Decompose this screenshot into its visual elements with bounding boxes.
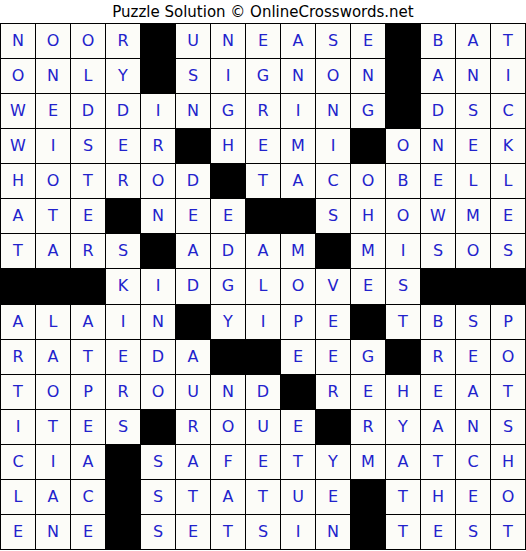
letter-cell: T: [1, 234, 35, 268]
letter-cell: L: [36, 305, 70, 339]
block-cell: [421, 269, 455, 303]
letter-cell: L: [1, 480, 35, 514]
letter-cell: Y: [106, 59, 140, 93]
letter-cell: R: [421, 340, 455, 374]
letter-cell: R: [246, 94, 280, 128]
letter-cell: E: [491, 199, 525, 233]
letter-cell: I: [141, 94, 175, 128]
letter-cell: T: [386, 480, 420, 514]
block-cell: [1, 269, 35, 303]
letter-cell: D: [421, 94, 455, 128]
letter-cell: S: [456, 305, 490, 339]
letter-cell: S: [176, 59, 210, 93]
letter-cell: G: [246, 59, 280, 93]
letter-cell: E: [351, 24, 385, 58]
letter-cell: S: [421, 234, 455, 268]
letter-cell: D: [211, 234, 245, 268]
letter-cell: H: [421, 480, 455, 514]
letter-cell: I: [211, 59, 245, 93]
letter-cell: O: [36, 375, 70, 409]
block-cell: [141, 59, 175, 93]
letter-cell: O: [141, 375, 175, 409]
letter-cell: R: [176, 410, 210, 444]
block-cell: [106, 515, 140, 549]
letter-cell: O: [211, 410, 245, 444]
block-cell: [281, 199, 315, 233]
letter-cell: R: [141, 129, 175, 163]
letter-cell: Y: [211, 305, 245, 339]
letter-cell: R: [1, 340, 35, 374]
block-cell: [351, 480, 385, 514]
letter-cell: W: [421, 199, 455, 233]
letter-cell: N: [36, 59, 70, 93]
letter-cell: D: [176, 164, 210, 198]
letter-cell: A: [421, 410, 455, 444]
letter-cell: A: [386, 445, 420, 479]
letter-cell: O: [36, 164, 70, 198]
letter-cell: E: [316, 340, 350, 374]
block-cell: [351, 515, 385, 549]
letter-cell: E: [246, 445, 280, 479]
letter-cell: S: [316, 199, 350, 233]
puzzle-solution-page: Puzzle Solution © OnlineCrosswords.net N…: [0, 0, 526, 551]
letter-cell: A: [71, 445, 105, 479]
letter-cell: I: [491, 59, 525, 93]
letter-cell: O: [281, 269, 315, 303]
letter-cell: E: [316, 305, 350, 339]
block-cell: [316, 410, 350, 444]
letter-cell: E: [246, 129, 280, 163]
letter-cell: M: [351, 234, 385, 268]
letter-cell: I: [316, 129, 350, 163]
letter-cell: C: [316, 164, 350, 198]
letter-cell: A: [1, 305, 35, 339]
letter-cell: O: [1, 59, 35, 93]
letter-cell: V: [316, 269, 350, 303]
letter-cell: A: [281, 24, 315, 58]
letter-cell: O: [36, 24, 70, 58]
letter-cell: E: [456, 129, 490, 163]
letter-cell: M: [281, 129, 315, 163]
block-cell: [386, 24, 420, 58]
letter-cell: Y: [386, 410, 420, 444]
letter-cell: A: [176, 234, 210, 268]
letter-cell: E: [351, 269, 385, 303]
letter-cell: N: [36, 515, 70, 549]
letter-cell: G: [351, 340, 385, 374]
letter-cell: U: [281, 480, 315, 514]
letter-cell: E: [351, 375, 385, 409]
letter-cell: E: [106, 129, 140, 163]
letter-cell: R: [316, 375, 350, 409]
crossword-grid: NOORUNEASEBATONLYSIGNONANIWEDDINGRINGDSC…: [0, 23, 526, 550]
block-cell: [316, 234, 350, 268]
letter-cell: C: [491, 94, 525, 128]
letter-cell: A: [456, 24, 490, 58]
letter-cell: E: [316, 480, 350, 514]
letter-cell: P: [71, 375, 105, 409]
letter-cell: D: [246, 375, 280, 409]
block-cell: [351, 129, 385, 163]
letter-cell: N: [281, 59, 315, 93]
letter-cell: Y: [316, 445, 350, 479]
letter-cell: R: [106, 24, 140, 58]
letter-cell: C: [1, 445, 35, 479]
letter-cell: N: [316, 515, 350, 549]
letter-cell: T: [491, 375, 525, 409]
letter-cell: T: [36, 410, 70, 444]
letter-cell: N: [421, 129, 455, 163]
block-cell: [141, 410, 175, 444]
letter-cell: E: [176, 515, 210, 549]
letter-cell: M: [351, 445, 385, 479]
letter-cell: E: [281, 410, 315, 444]
letter-cell: W: [1, 94, 35, 128]
letter-cell: H: [351, 199, 385, 233]
letter-cell: E: [71, 515, 105, 549]
letter-cell: E: [456, 480, 490, 514]
letter-cell: O: [71, 24, 105, 58]
block-cell: [211, 164, 245, 198]
letter-cell: N: [351, 59, 385, 93]
block-cell: [246, 340, 280, 374]
letter-cell: S: [386, 269, 420, 303]
letter-cell: E: [71, 199, 105, 233]
letter-cell: G: [211, 94, 245, 128]
letter-cell: T: [211, 515, 245, 549]
letter-cell: S: [456, 94, 490, 128]
letter-cell: N: [456, 410, 490, 444]
letter-cell: N: [1, 24, 35, 58]
letter-cell: P: [281, 305, 315, 339]
letter-cell: H: [386, 375, 420, 409]
letter-cell: L: [456, 164, 490, 198]
letter-cell: D: [176, 269, 210, 303]
block-cell: [106, 199, 140, 233]
letter-cell: E: [106, 340, 140, 374]
letter-cell: T: [281, 445, 315, 479]
letter-cell: L: [246, 269, 280, 303]
letter-cell: F: [211, 445, 245, 479]
letter-cell: S: [316, 24, 350, 58]
letter-cell: T: [386, 305, 420, 339]
letter-cell: A: [421, 59, 455, 93]
letter-cell: E: [456, 340, 490, 374]
letter-cell: E: [281, 340, 315, 374]
letter-cell: N: [141, 199, 175, 233]
letter-cell: S: [491, 234, 525, 268]
block-cell: [386, 59, 420, 93]
block-cell: [351, 305, 385, 339]
letter-cell: U: [176, 24, 210, 58]
letter-cell: A: [176, 340, 210, 374]
letter-cell: A: [176, 445, 210, 479]
letter-cell: D: [71, 94, 105, 128]
block-cell: [176, 305, 210, 339]
letter-cell: I: [281, 94, 315, 128]
letter-cell: R: [351, 410, 385, 444]
letter-cell: O: [386, 129, 420, 163]
letter-cell: I: [246, 305, 280, 339]
block-cell: [246, 199, 280, 233]
block-cell: [281, 375, 315, 409]
letter-cell: I: [281, 515, 315, 549]
letter-cell: M: [281, 234, 315, 268]
letter-cell: G: [211, 269, 245, 303]
letter-cell: E: [421, 375, 455, 409]
letter-cell: I: [36, 445, 70, 479]
letter-cell: C: [71, 480, 105, 514]
letter-cell: N: [176, 94, 210, 128]
letter-cell: D: [141, 340, 175, 374]
letter-cell: H: [491, 445, 525, 479]
letter-cell: T: [1, 375, 35, 409]
letter-cell: T: [36, 199, 70, 233]
letter-cell: N: [316, 94, 350, 128]
letter-cell: I: [1, 410, 35, 444]
letter-cell: T: [71, 164, 105, 198]
block-cell: [36, 269, 70, 303]
block-cell: [141, 24, 175, 58]
letter-cell: T: [491, 24, 525, 58]
letter-cell: L: [491, 164, 525, 198]
letter-cell: E: [1, 515, 35, 549]
letter-cell: T: [246, 164, 280, 198]
letter-cell: R: [71, 234, 105, 268]
letter-cell: N: [211, 24, 245, 58]
letter-cell: M: [456, 199, 490, 233]
letter-cell: T: [421, 445, 455, 479]
letter-cell: T: [246, 480, 280, 514]
letter-cell: N: [211, 375, 245, 409]
letter-cell: T: [176, 480, 210, 514]
letter-cell: E: [176, 199, 210, 233]
letter-cell: E: [71, 410, 105, 444]
letter-cell: A: [36, 340, 70, 374]
block-cell: [211, 340, 245, 374]
letter-cell: W: [1, 129, 35, 163]
letter-cell: E: [246, 24, 280, 58]
letter-cell: S: [141, 515, 175, 549]
letter-cell: D: [106, 94, 140, 128]
letter-cell: O: [141, 164, 175, 198]
letter-cell: L: [71, 59, 105, 93]
letter-cell: T: [71, 340, 105, 374]
letter-cell: K: [106, 269, 140, 303]
letter-cell: O: [491, 340, 525, 374]
letter-cell: A: [36, 480, 70, 514]
block-cell: [106, 445, 140, 479]
letter-cell: T: [386, 515, 420, 549]
letter-cell: B: [421, 24, 455, 58]
letter-cell: E: [36, 94, 70, 128]
letter-cell: K: [491, 129, 525, 163]
letter-cell: U: [176, 375, 210, 409]
letter-cell: B: [386, 164, 420, 198]
block-cell: [386, 94, 420, 128]
page-title: Puzzle Solution © OnlineCrosswords.net: [112, 3, 413, 21]
letter-cell: S: [491, 410, 525, 444]
block-cell: [176, 129, 210, 163]
letter-cell: E: [421, 164, 455, 198]
letter-cell: C: [456, 445, 490, 479]
letter-cell: A: [281, 164, 315, 198]
letter-cell: O: [351, 164, 385, 198]
letter-cell: O: [456, 234, 490, 268]
letter-cell: N: [456, 59, 490, 93]
letter-cell: I: [106, 305, 140, 339]
letter-cell: E: [421, 515, 455, 549]
letter-cell: I: [36, 129, 70, 163]
letter-cell: A: [1, 199, 35, 233]
block-cell: [491, 269, 525, 303]
letter-cell: P: [491, 305, 525, 339]
letter-cell: H: [211, 129, 245, 163]
letter-cell: O: [491, 480, 525, 514]
letter-cell: I: [386, 234, 420, 268]
letter-cell: O: [386, 199, 420, 233]
letter-cell: S: [106, 234, 140, 268]
letter-cell: T: [491, 515, 525, 549]
block-cell: [456, 269, 490, 303]
title-bar: Puzzle Solution © OnlineCrosswords.net: [0, 0, 526, 23]
letter-cell: S: [141, 480, 175, 514]
block-cell: [386, 340, 420, 374]
letter-cell: A: [246, 234, 280, 268]
block-cell: [71, 269, 105, 303]
letter-cell: S: [456, 515, 490, 549]
letter-cell: S: [246, 515, 280, 549]
letter-cell: S: [141, 445, 175, 479]
letter-cell: N: [141, 305, 175, 339]
letter-cell: R: [106, 164, 140, 198]
letter-cell: A: [71, 305, 105, 339]
letter-cell: S: [71, 129, 105, 163]
letter-cell: E: [211, 199, 245, 233]
block-cell: [106, 480, 140, 514]
letter-cell: A: [36, 234, 70, 268]
letter-cell: A: [211, 480, 245, 514]
letter-cell: A: [456, 375, 490, 409]
letter-cell: S: [106, 410, 140, 444]
letter-cell: B: [421, 305, 455, 339]
letter-cell: G: [351, 94, 385, 128]
letter-cell: R: [106, 375, 140, 409]
letter-cell: O: [316, 59, 350, 93]
letter-cell: I: [141, 269, 175, 303]
block-cell: [141, 234, 175, 268]
letter-cell: H: [1, 164, 35, 198]
letter-cell: U: [246, 410, 280, 444]
